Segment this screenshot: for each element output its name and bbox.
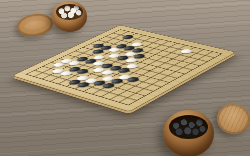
go-board[interactable] <box>11 25 236 112</box>
hoshi-point <box>144 52 148 54</box>
black-stone-bowl[interactable] <box>163 110 214 156</box>
hoshi-point <box>123 83 127 85</box>
white-stone-bowl[interactable] <box>52 1 87 32</box>
white-bowl-lid[interactable] <box>16 11 55 38</box>
black-stones-in-bowl <box>169 115 208 139</box>
table-surface <box>0 0 250 156</box>
hoshi-point <box>97 75 101 77</box>
hoshi-point <box>170 58 174 60</box>
hoshi-point <box>147 70 151 72</box>
black-bowl-lid[interactable] <box>214 100 250 137</box>
board-grid[interactable] <box>26 29 223 105</box>
black-stone[interactable] <box>121 34 136 39</box>
white-stone[interactable] <box>179 48 194 54</box>
white-stones-in-bowl <box>56 4 83 20</box>
hoshi-point <box>121 63 125 65</box>
